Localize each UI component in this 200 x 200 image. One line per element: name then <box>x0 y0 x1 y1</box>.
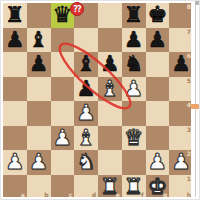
square-h7[interactable]: 7 <box>169 28 193 53</box>
piece-black-pawn[interactable]: ♟ <box>29 53 49 75</box>
piece-white-pawn[interactable]: ♟ <box>171 151 191 173</box>
square-c7[interactable] <box>51 28 75 53</box>
square-b4[interactable] <box>27 101 51 126</box>
square-h4[interactable]: 4 <box>169 101 193 126</box>
square-d7[interactable] <box>74 28 98 53</box>
piece-white-pawn[interactable]: ♟ <box>53 127 73 149</box>
square-a4[interactable] <box>3 101 27 126</box>
square-h3[interactable]: 3 <box>169 126 193 151</box>
square-c4[interactable] <box>51 101 75 126</box>
square-e5[interactable]: ♝ <box>98 77 122 102</box>
square-f8[interactable]: ♜ <box>122 3 146 28</box>
square-h1[interactable]: 1h <box>169 175 193 200</box>
square-f6[interactable]: ♞ <box>122 52 146 77</box>
square-g6[interactable] <box>146 52 170 77</box>
piece-white-bishop[interactable]: ♝ <box>76 127 96 149</box>
square-e1[interactable]: ♜e <box>98 175 122 200</box>
square-a5[interactable] <box>3 77 27 102</box>
piece-black-bishop[interactable]: ♝ <box>29 29 49 51</box>
piece-white-king[interactable]: ♚ <box>148 176 168 198</box>
square-a8[interactable]: ♜ <box>3 3 27 28</box>
piece-white-pawn[interactable]: ♟ <box>124 78 144 100</box>
square-d6[interactable]: ♝ <box>74 52 98 77</box>
square-d1[interactable]: d <box>74 175 98 200</box>
square-g3[interactable] <box>146 126 170 151</box>
piece-black-bishop[interactable]: ♝ <box>76 53 96 75</box>
square-f3[interactable]: ♛ <box>122 126 146 151</box>
piece-white-pawn[interactable]: ♟ <box>5 151 25 173</box>
piece-black-pawn[interactable]: ♟ <box>5 29 25 51</box>
piece-black-pawn[interactable]: ♟ <box>76 78 96 100</box>
square-c1[interactable]: c <box>51 175 75 200</box>
square-f1[interactable]: ♜f <box>122 175 146 200</box>
square-a1[interactable]: a <box>3 175 27 200</box>
square-g2[interactable]: ♟ <box>146 150 170 175</box>
board-bottom-margin <box>1 197 200 199</box>
square-a3[interactable] <box>3 126 27 151</box>
piece-white-pawn[interactable]: ♟ <box>29 151 49 173</box>
square-h8[interactable]: 8 <box>169 3 193 28</box>
square-e2[interactable] <box>98 150 122 175</box>
square-d2[interactable]: ♞ <box>74 150 98 175</box>
square-h5[interactable]: 5 <box>169 77 193 102</box>
square-e6[interactable]: ♟ <box>98 52 122 77</box>
square-b2[interactable]: ♟ <box>27 150 51 175</box>
square-d3[interactable]: ♝ <box>74 126 98 151</box>
square-f7[interactable]: ♟ <box>122 28 146 53</box>
square-c3[interactable]: ♟ <box>51 126 75 151</box>
piece-black-knight[interactable]: ♞ <box>124 53 144 75</box>
piece-black-pawn[interactable]: ♟ <box>148 29 168 51</box>
piece-white-knight[interactable]: ♞ <box>76 151 96 173</box>
square-d5[interactable]: ♟ <box>74 77 98 102</box>
square-d4[interactable]: ♟ <box>74 101 98 126</box>
piece-white-pawn[interactable]: ♟ <box>148 151 168 173</box>
square-e7[interactable] <box>98 28 122 53</box>
square-h2[interactable]: ♟2 <box>169 150 193 175</box>
scrollbar[interactable] <box>191 1 199 200</box>
square-f4[interactable] <box>122 101 146 126</box>
square-b6[interactable]: ♟ <box>27 52 51 77</box>
square-g4[interactable] <box>146 101 170 126</box>
piece-white-pawn[interactable]: ♟ <box>76 102 96 124</box>
square-e4[interactable] <box>98 101 122 126</box>
square-b3[interactable] <box>27 126 51 151</box>
square-g5[interactable] <box>146 77 170 102</box>
scrollbar-track-line <box>195 1 196 200</box>
square-a7[interactable]: ♟ <box>3 28 27 53</box>
piece-black-pawn[interactable]: ♟ <box>124 29 144 51</box>
piece-black-king[interactable]: ♚ <box>148 4 168 26</box>
scrollbar-thumb[interactable] <box>191 104 199 109</box>
scrollbar-top-button[interactable] <box>195 1 199 5</box>
piece-white-queen[interactable]: ♛ <box>124 127 144 149</box>
square-e8[interactable] <box>98 3 122 28</box>
piece-black-pawn[interactable]: ♟ <box>100 53 120 75</box>
piece-black-pawn[interactable]: ♟ <box>171 53 191 75</box>
square-b5[interactable] <box>27 77 51 102</box>
square-b7[interactable]: ♝ <box>27 28 51 53</box>
square-a2[interactable]: ♟ <box>3 150 27 175</box>
square-a6[interactable] <box>3 52 27 77</box>
square-b1[interactable]: b <box>27 175 51 200</box>
square-c6[interactable] <box>51 52 75 77</box>
square-e3[interactable] <box>98 126 122 151</box>
square-c5[interactable] <box>51 77 75 102</box>
piece-black-rook[interactable]: ♜ <box>124 4 144 26</box>
square-f2[interactable] <box>122 150 146 175</box>
square-h6[interactable]: ♟6 <box>169 52 193 77</box>
piece-black-rook[interactable]: ♜ <box>5 4 25 26</box>
square-g7[interactable]: ♟ <box>146 28 170 53</box>
square-f5[interactable]: ♟ <box>122 77 146 102</box>
square-b8[interactable] <box>27 3 51 28</box>
piece-white-rook[interactable]: ♜ <box>124 176 144 198</box>
square-c2[interactable] <box>51 150 75 175</box>
piece-white-bishop[interactable]: ♝ <box>100 78 120 100</box>
chess-board: ♜♛♜♚8♟♝♟♟7♟♝♟♞♟6♟♝♟5♟4♟♝♛3♟♟♞♟♟2abcd♜e♜f… <box>3 3 193 199</box>
blunder-badge: ?? <box>70 2 84 16</box>
square-g8[interactable]: ♚ <box>146 3 170 28</box>
piece-white-rook[interactable]: ♜ <box>100 176 120 198</box>
chess-app-screenshot: ♜♛♜♚8♟♝♟♟7♟♝♟♞♟6♟♝♟5♟4♟♝♛3♟♟♞♟♟2abcd♜e♜f… <box>0 0 200 200</box>
square-g1[interactable]: ♚g <box>146 175 170 200</box>
blunder-badge-text: ?? <box>73 5 80 14</box>
